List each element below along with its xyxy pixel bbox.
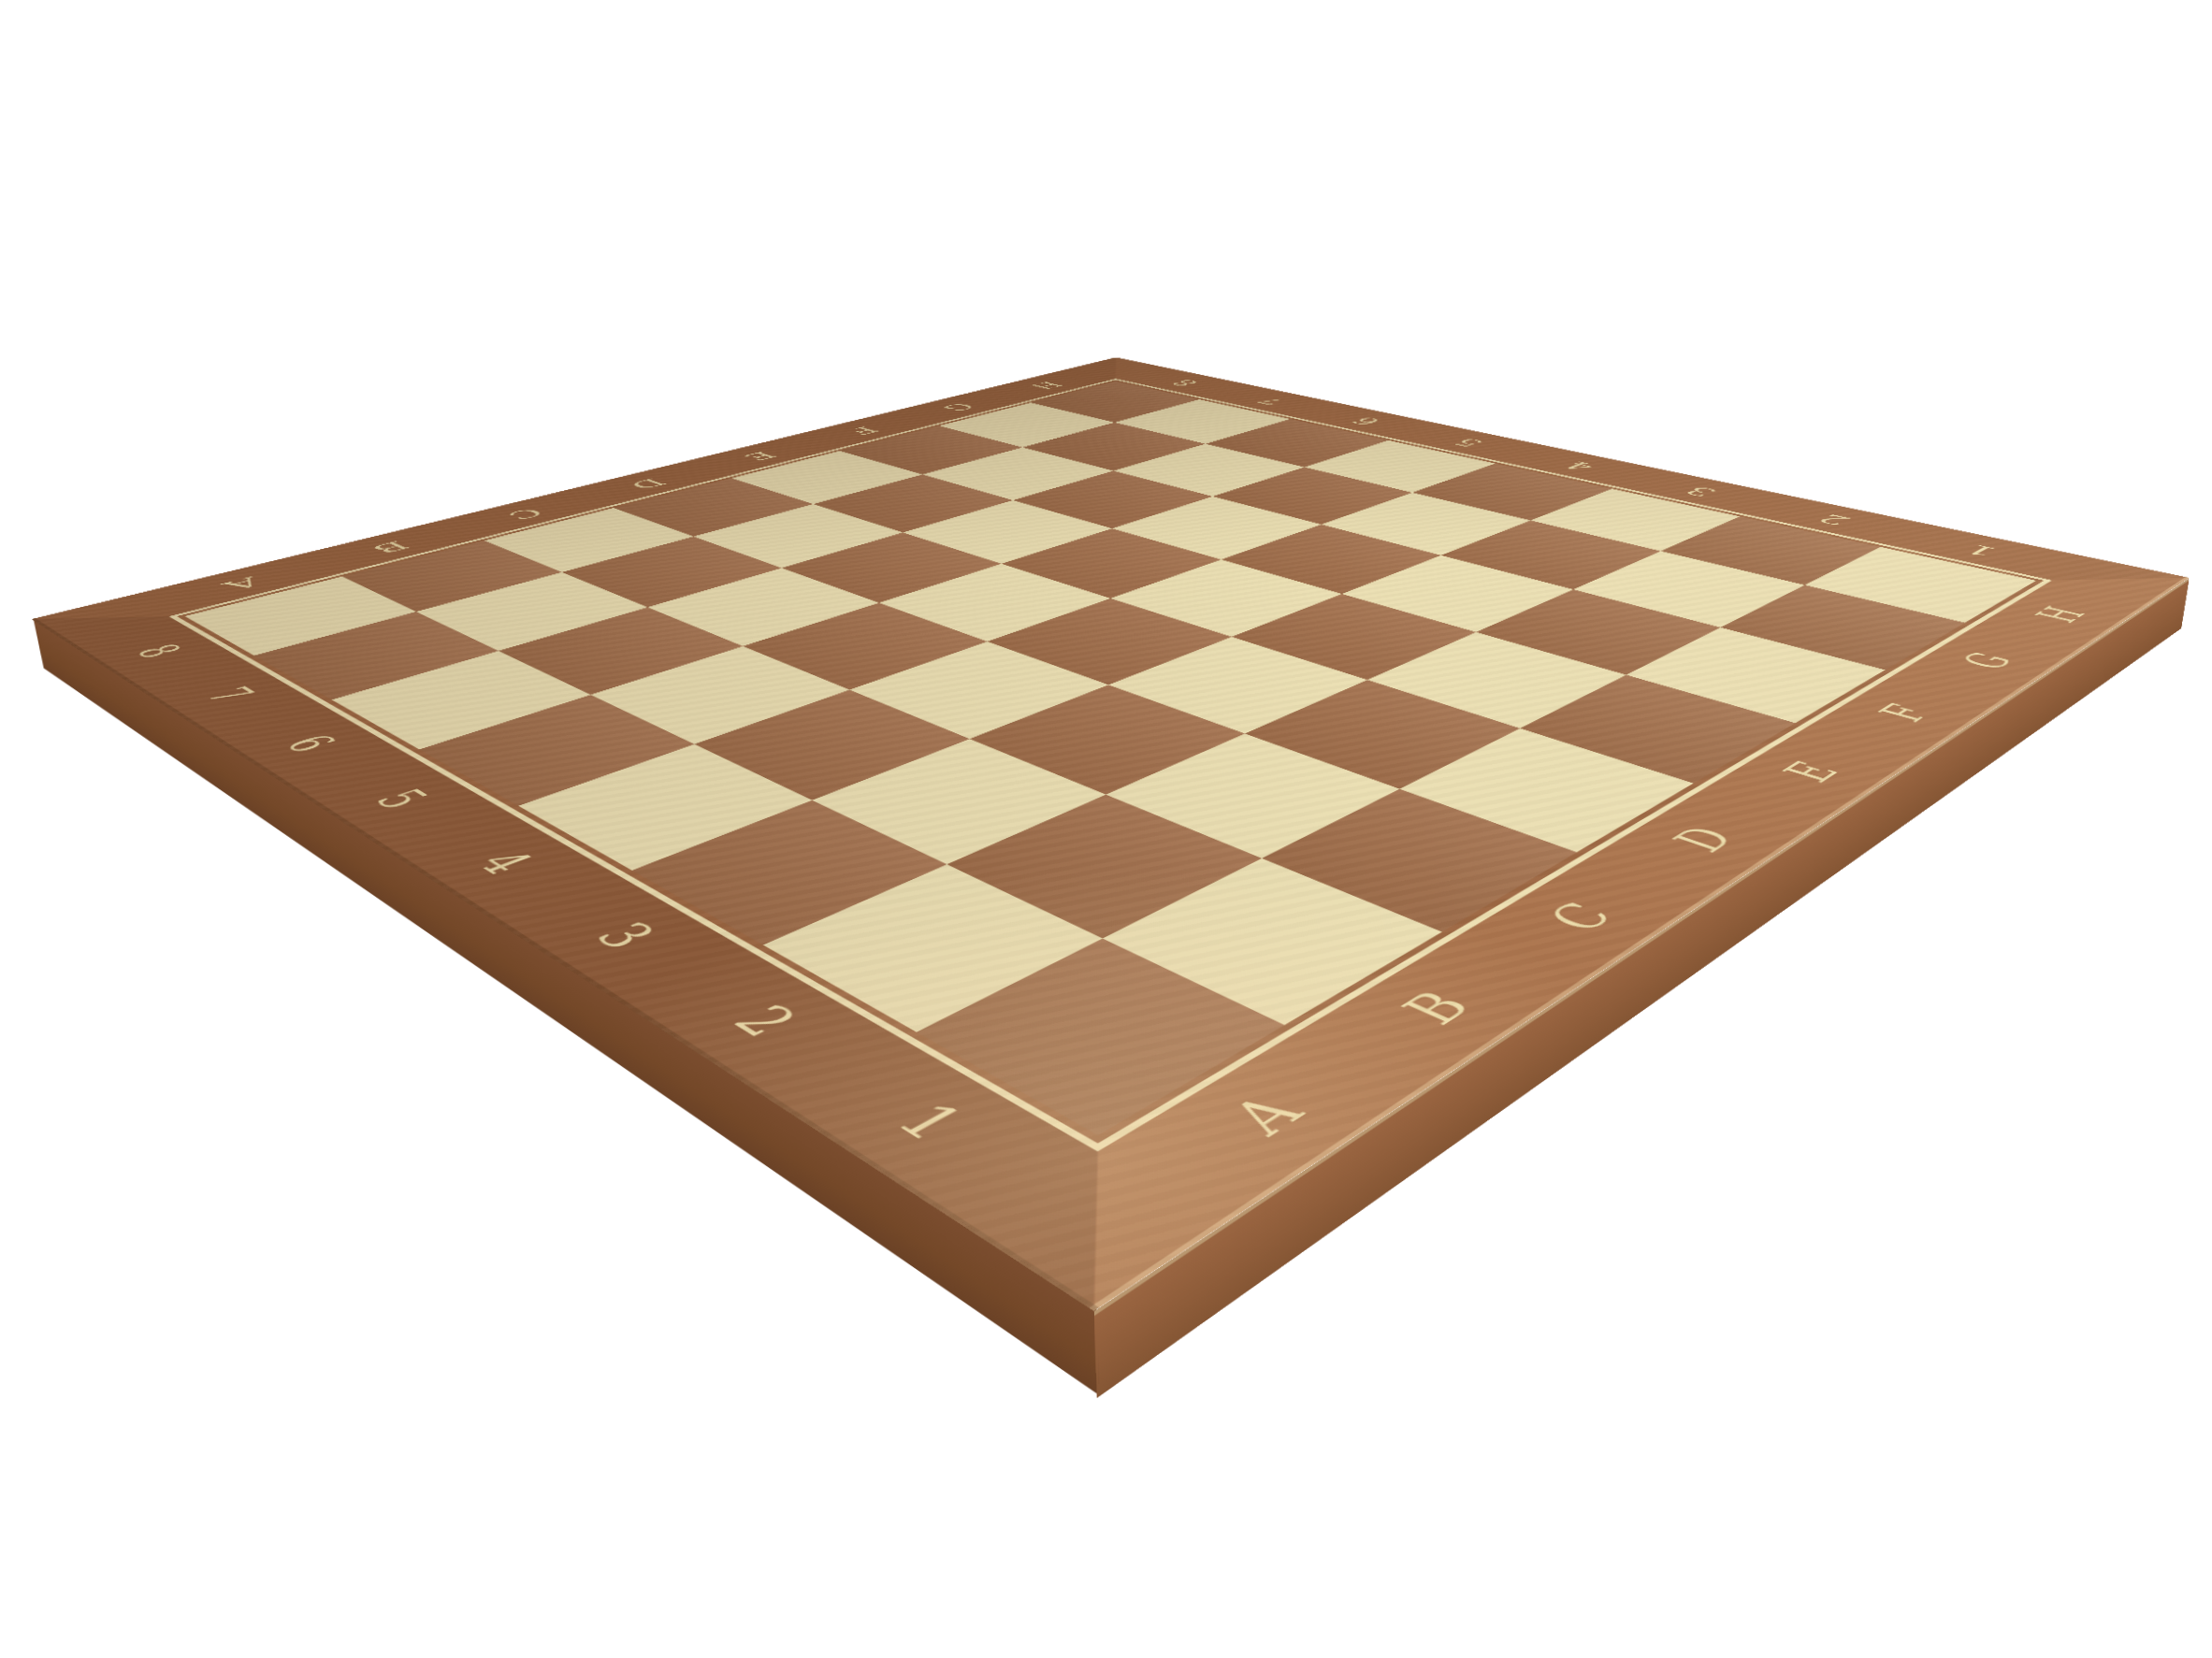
rank-label-left-7: 7: [195, 683, 266, 707]
square-d1: [1399, 728, 1693, 853]
rank-label-left-3: 3: [581, 916, 670, 957]
rank-label-left-1: 1: [879, 1093, 980, 1150]
file-label-near-g: G: [1950, 648, 2024, 673]
rank-label-left-6: 6: [273, 729, 348, 757]
file-label-near-d: D: [1660, 821, 1748, 858]
rank-label-left-5: 5: [362, 784, 441, 815]
square-g1: [1720, 585, 1964, 670]
square-a6: [332, 651, 591, 749]
file-label-near-e: E: [1771, 757, 1852, 787]
square-b4: [694, 690, 969, 800]
square-e3: [1232, 594, 1476, 680]
left-edge-shadow-line: [31, 618, 1099, 1311]
square-d2: [1245, 680, 1520, 789]
square-a5: [419, 695, 694, 806]
square-c4: [849, 642, 1108, 739]
rank-label-left-4: 4: [463, 844, 546, 880]
square-b1: [1103, 858, 1442, 1025]
square-d3: [1108, 637, 1367, 733]
square-c2: [1106, 733, 1399, 858]
square-a4: [518, 744, 812, 871]
square-a2: [763, 864, 1103, 1031]
square-b2: [947, 795, 1262, 939]
chess-board: AABBCCDDEEFFGGHH1122334455667788: [31, 357, 2190, 1311]
file-label-near-c: C: [1535, 896, 1627, 938]
product-photo-scene: AABBCCDDEEFFGGHH1122334455667788: [0, 0, 2212, 1658]
square-a3: [632, 800, 947, 945]
square-a1: [917, 939, 1284, 1136]
square-c1: [1262, 789, 1577, 932]
square-c5: [743, 603, 987, 690]
file-label-near-h: H: [2025, 603, 2097, 627]
square-b6: [499, 607, 743, 695]
rank-label-left-8: 8: [124, 641, 192, 662]
square-b5: [591, 646, 850, 744]
file-label-near-b: B: [1388, 984, 1486, 1032]
square-f2: [1476, 589, 1720, 674]
border-frame-near-left-edge: [31, 594, 1231, 1312]
square-d4: [988, 598, 1232, 685]
square-b3: [812, 739, 1106, 864]
square-c3: [970, 685, 1245, 794]
file-label-near-f: F: [1867, 699, 1943, 726]
rank-label-left-2: 2: [717, 997, 812, 1045]
square-f1: [1626, 627, 1886, 723]
border-frame-near-right-edge: [961, 556, 2190, 1312]
square-a7: [254, 612, 499, 699]
square-e2: [1367, 632, 1626, 728]
square-e1: [1520, 675, 1795, 784]
file-label-near-a: A: [1215, 1087, 1319, 1145]
